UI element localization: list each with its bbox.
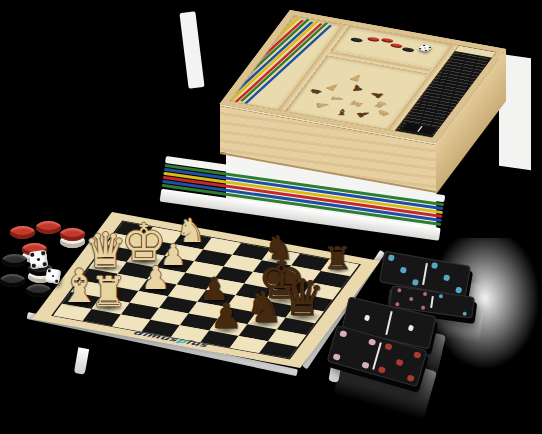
red-checker-chip <box>380 38 394 44</box>
domino-pip <box>400 267 406 273</box>
piece-light-pawn-c4[interactable]: ♟ <box>141 262 170 294</box>
piece-dark-pawn-f2[interactable]: ♟ <box>211 299 242 334</box>
pip-cell <box>414 335 430 349</box>
die-pip <box>424 50 427 52</box>
domino-pip <box>385 343 393 351</box>
domino-pip <box>340 330 348 338</box>
pip-cell <box>416 303 430 311</box>
pip-cell <box>458 309 472 317</box>
loose-chess-piece-dark: ♟ <box>350 83 365 92</box>
die-pip <box>32 264 36 268</box>
die-pip <box>41 251 45 255</box>
loose-chess-piece-dark: ♝ <box>334 108 349 116</box>
die-pip <box>30 253 34 257</box>
domino-pip <box>378 366 386 374</box>
black-checker-chip <box>401 47 415 53</box>
die-pips <box>417 44 432 52</box>
piece-dark-knight-g3[interactable]: ♞ <box>246 287 284 329</box>
die-face-5 <box>29 250 48 269</box>
checker-stack[interactable] <box>60 228 85 248</box>
domino-pip <box>408 325 415 332</box>
domino-pips <box>380 252 427 289</box>
pip-cell <box>432 305 446 313</box>
domino-pip <box>444 275 450 281</box>
game-set-scene: ♞♟♝♟♜♟♛♟♝♟♞♟ dimusplus ♞♞♜♚♟♛♚♟♟♛♞♝♜♟ <box>0 0 542 434</box>
checker-stack[interactable] <box>10 226 35 239</box>
loose-chess-piece-dark: ♟ <box>367 90 387 100</box>
loose-chess-piece-light: ♟ <box>347 72 366 82</box>
domino-pip <box>409 297 414 302</box>
domino-pip <box>438 294 443 299</box>
checker-stack[interactable] <box>26 284 51 297</box>
black-checker-chip <box>350 37 364 43</box>
domino-pip <box>421 305 426 310</box>
black-checker <box>26 284 51 297</box>
domino-pip <box>432 263 438 269</box>
pip-cell <box>42 261 48 267</box>
domino-pips <box>432 292 474 317</box>
loose-chess-piece-dark: ♟ <box>354 109 373 119</box>
checker-stack[interactable] <box>2 254 27 267</box>
domino-pip <box>364 315 371 322</box>
domino-divider <box>417 126 423 132</box>
domino-pip <box>368 338 376 346</box>
pedestal-corner-sliver <box>179 11 204 88</box>
domino-pip <box>396 359 404 367</box>
red-checker <box>10 226 35 239</box>
domino-pip <box>333 353 341 361</box>
domino-pip <box>388 255 394 261</box>
pip-cell <box>408 276 424 288</box>
red-checker <box>36 221 61 234</box>
pip-cell <box>445 307 459 315</box>
loose-chess-piece-light: ♝ <box>329 95 346 103</box>
domino-pip <box>395 302 400 307</box>
domino-pip <box>423 292 428 297</box>
black-checker <box>2 254 27 267</box>
pip-cell <box>423 49 428 52</box>
die-face-5 <box>417 44 432 52</box>
domino-pip <box>407 374 415 382</box>
die-pip <box>37 258 41 262</box>
loose-chess-piece-light: ♞ <box>374 107 393 118</box>
die-pips <box>29 250 48 269</box>
black-checker <box>0 274 25 287</box>
die-pip <box>43 262 47 266</box>
piece-light-rook-b2[interactable]: ♜ <box>90 272 127 313</box>
leaning-domino <box>400 121 438 136</box>
red-checker-chip <box>366 37 380 43</box>
domino-pip <box>397 288 402 293</box>
domino-pip <box>412 279 418 285</box>
checker-stack[interactable] <box>0 274 25 287</box>
domino-pip <box>456 287 462 293</box>
domino-pip <box>414 351 422 359</box>
domino-half-right <box>432 292 474 317</box>
checker-stack[interactable] <box>36 221 61 234</box>
red-checker <box>60 228 85 241</box>
domino-pip <box>463 311 468 316</box>
board-foot <box>74 347 89 375</box>
domino-pip <box>362 361 370 369</box>
loose-chess-piece-light: ♟ <box>315 101 331 110</box>
domino-half-left <box>380 252 427 289</box>
loose-chess-piece-light: ♟ <box>323 82 343 93</box>
compartment-dominoes-gap <box>455 45 497 57</box>
piece-dark-queen-h4[interactable]: ♛ <box>280 273 325 323</box>
piece-dark-rook-h8[interactable]: ♜ <box>324 243 352 274</box>
